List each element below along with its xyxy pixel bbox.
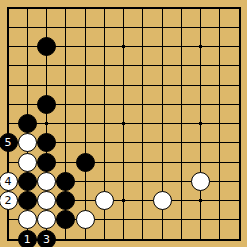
star-point xyxy=(199,199,202,202)
black-stone[interactable]: 1 xyxy=(18,230,37,247)
white-stone[interactable] xyxy=(37,172,56,191)
white-stone[interactable] xyxy=(18,210,37,229)
move-number: 5 xyxy=(5,137,12,148)
move-number: 1 xyxy=(24,234,31,245)
grid-line-vertical xyxy=(181,8,182,239)
black-stone[interactable] xyxy=(18,114,37,133)
black-stone[interactable] xyxy=(76,153,95,172)
black-stone[interactable] xyxy=(56,172,75,191)
black-stone[interactable]: 5 xyxy=(0,133,18,152)
white-stone[interactable] xyxy=(191,172,210,191)
grid-line-vertical xyxy=(142,8,143,239)
move-number: 4 xyxy=(5,176,12,187)
black-stone[interactable] xyxy=(37,153,56,172)
white-stone[interactable] xyxy=(153,191,172,210)
star-point xyxy=(199,45,202,48)
white-stone[interactable] xyxy=(76,210,95,229)
star-point xyxy=(122,122,125,125)
white-stone[interactable] xyxy=(37,191,56,210)
grid-line-vertical xyxy=(219,8,220,239)
star-point xyxy=(199,122,202,125)
move-number: 3 xyxy=(43,234,50,245)
white-stone[interactable]: 4 xyxy=(0,172,18,191)
black-stone[interactable] xyxy=(37,37,56,56)
go-diagram: 54213 xyxy=(0,0,247,247)
white-stone[interactable] xyxy=(18,153,37,172)
star-point xyxy=(122,199,125,202)
black-stone[interactable] xyxy=(18,191,37,210)
move-number: 2 xyxy=(5,195,12,206)
white-stone[interactable] xyxy=(95,191,114,210)
go-board[interactable]: 54213 xyxy=(0,0,247,247)
black-stone[interactable] xyxy=(18,172,37,191)
star-point xyxy=(45,122,48,125)
white-stone[interactable] xyxy=(18,133,37,152)
black-stone[interactable]: 3 xyxy=(37,230,56,247)
white-stone[interactable]: 2 xyxy=(0,191,18,210)
black-stone[interactable] xyxy=(37,95,56,114)
star-point xyxy=(122,45,125,48)
